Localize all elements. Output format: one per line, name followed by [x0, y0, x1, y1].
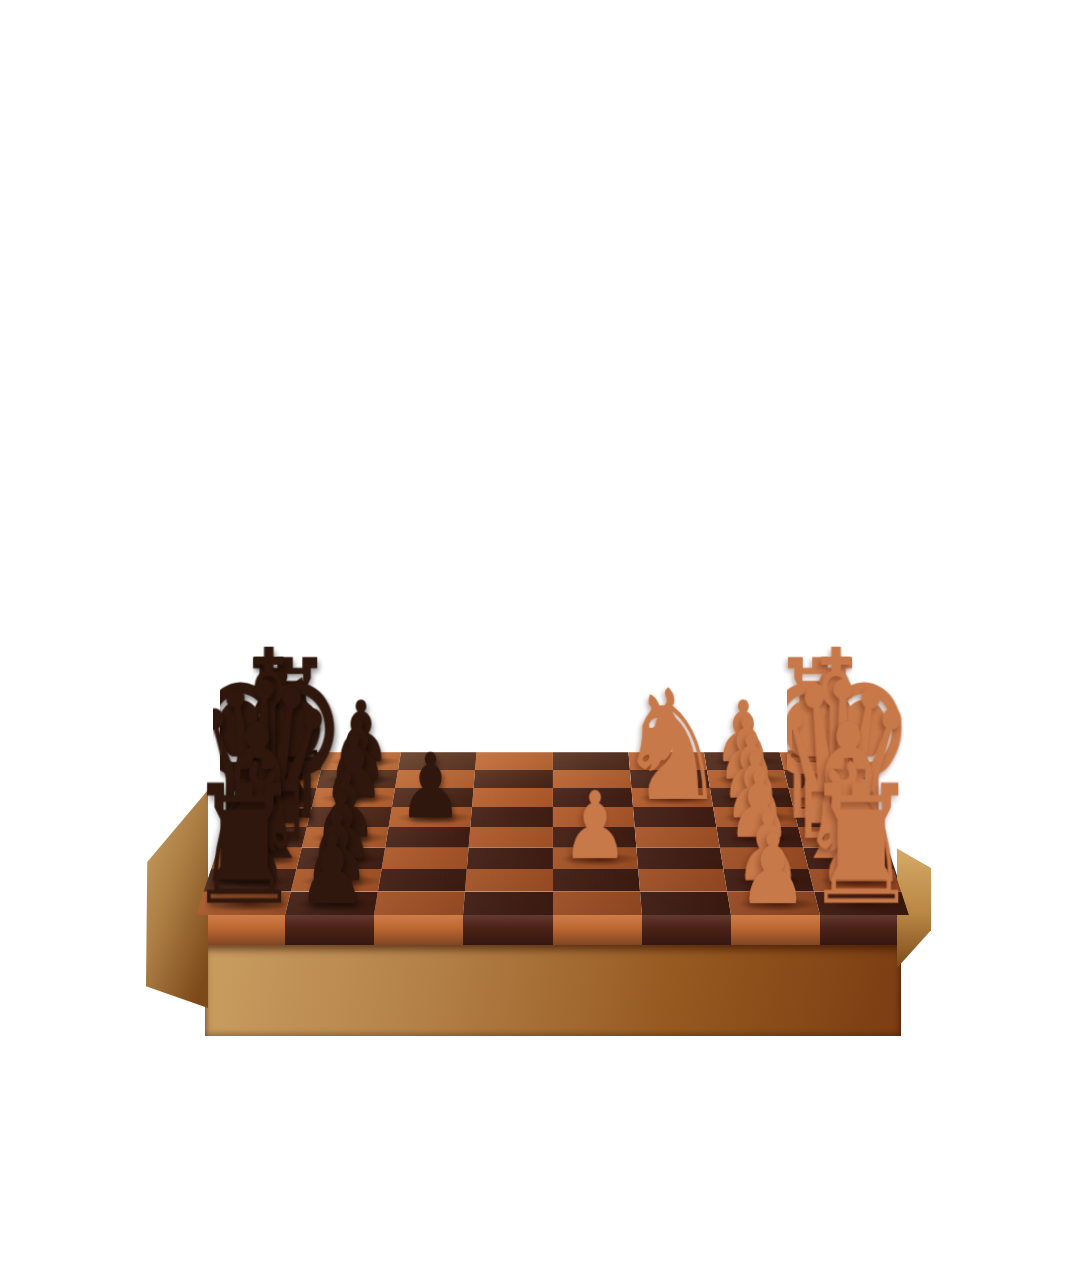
square-f5 [472, 788, 552, 807]
square-b3 [638, 869, 727, 891]
square-g5 [474, 770, 553, 788]
square-d3 [634, 827, 719, 848]
square-b6 [378, 869, 467, 891]
wooden-box-base [205, 945, 901, 1036]
square-b5 [465, 869, 552, 891]
square-a6 [374, 892, 465, 915]
piece-black-pawn-a7: ♟ [279, 828, 385, 903]
square-b4 [553, 869, 640, 891]
chess-set-product-photo: ♜♟♟♜♞♟♟♝♟♞♟♝♚♟♟♚♛♟♟♛♝♟♟♝♞♟♟♞♜♟♟♜ [0, 0, 1080, 1280]
square-c6 [382, 848, 469, 870]
square-c3 [636, 848, 723, 870]
square-d5 [469, 827, 553, 848]
square-a3 [640, 892, 731, 915]
square-c5 [467, 848, 552, 870]
square-e5 [471, 807, 553, 827]
piece-white-rook-a1: ♜ [808, 777, 914, 904]
square-d6 [385, 827, 470, 848]
square-h5 [475, 752, 552, 770]
board-3d-wrap: ♜♟♟♜♞♟♟♝♟♞♟♝♚♟♟♚♛♟♟♛♝♟♟♝♞♟♟♞♜♟♟♜ [196, 202, 909, 915]
chess-board: ♜♟♟♜♞♟♟♝♟♞♟♝♚♟♟♚♛♟♟♛♝♟♟♝♞♟♟♞♜♟♟♜ [196, 752, 909, 915]
piece-black-pawn-e6: ♟ [382, 748, 479, 817]
square-a5 [463, 892, 552, 915]
piece-white-pawn-c4: ♟ [544, 786, 645, 858]
square-a4 [553, 892, 642, 915]
